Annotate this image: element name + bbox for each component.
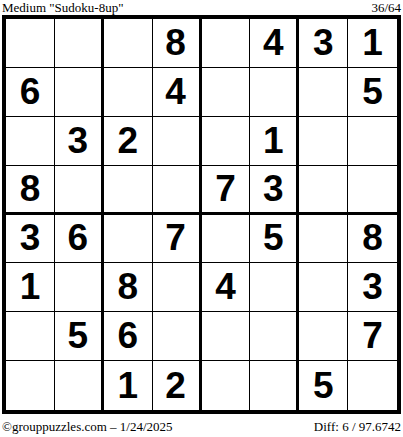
copyright-credit: ©grouppuzzles.com – 1/24/2025 (2, 419, 173, 435)
cell-r1c3[interactable] (104, 19, 153, 68)
puzzle-counter: 36/64 (371, 1, 401, 15)
cell-r4c1[interactable]: 8 (6, 166, 55, 215)
cell-r3c8[interactable] (348, 117, 397, 166)
cell-r1c8[interactable]: 1 (348, 19, 397, 68)
cell-r5c4[interactable]: 7 (153, 215, 202, 264)
cell-r4c6[interactable]: 3 (250, 166, 299, 215)
cell-r8c2[interactable] (55, 361, 104, 410)
cell-r6c6[interactable] (250, 263, 299, 312)
cell-r8c7[interactable]: 5 (299, 361, 348, 410)
cell-r1c2[interactable] (55, 19, 104, 68)
cell-r3c2[interactable]: 3 (55, 117, 104, 166)
cell-r1c4[interactable]: 8 (153, 19, 202, 68)
sudoku-board: 8431645321873367581843567125 (2, 15, 401, 414)
cell-r5c5[interactable] (202, 215, 251, 264)
cell-r3c5[interactable] (202, 117, 251, 166)
cell-r1c5[interactable] (202, 19, 251, 68)
cell-r4c8[interactable] (348, 166, 397, 215)
cell-r5c2[interactable]: 6 (55, 215, 104, 264)
cell-r2c2[interactable] (55, 68, 104, 117)
cell-r3c7[interactable] (299, 117, 348, 166)
cell-r8c1[interactable] (6, 361, 55, 410)
cell-r7c8[interactable]: 7 (348, 312, 397, 361)
cell-r6c7[interactable] (299, 263, 348, 312)
cell-r6c8[interactable]: 3 (348, 263, 397, 312)
cell-r6c5[interactable]: 4 (202, 263, 251, 312)
cell-r6c3[interactable]: 8 (104, 263, 153, 312)
cell-r3c3[interactable]: 2 (104, 117, 153, 166)
footer: ©grouppuzzles.com – 1/24/2025 Diff: 6 / … (0, 414, 403, 437)
cell-r4c2[interactable] (55, 166, 104, 215)
cell-r8c4[interactable]: 2 (153, 361, 202, 410)
cell-r2c4[interactable]: 4 (153, 68, 202, 117)
cell-r7c5[interactable] (202, 312, 251, 361)
cell-r7c7[interactable] (299, 312, 348, 361)
cell-r3c4[interactable] (153, 117, 202, 166)
cell-r4c4[interactable] (153, 166, 202, 215)
cell-r6c1[interactable]: 1 (6, 263, 55, 312)
cell-r6c2[interactable] (55, 263, 104, 312)
cell-r5c3[interactable] (104, 215, 153, 264)
cell-r4c5[interactable]: 7 (202, 166, 251, 215)
cell-r1c1[interactable] (6, 19, 55, 68)
cell-r1c6[interactable]: 4 (250, 19, 299, 68)
cell-r2c6[interactable] (250, 68, 299, 117)
cell-r5c7[interactable] (299, 215, 348, 264)
cell-r7c3[interactable]: 6 (104, 312, 153, 361)
cell-r5c8[interactable]: 8 (348, 215, 397, 264)
cell-r6c4[interactable] (153, 263, 202, 312)
cell-r2c8[interactable]: 5 (348, 68, 397, 117)
cell-r8c8[interactable] (348, 361, 397, 410)
cell-r8c5[interactable] (202, 361, 251, 410)
cell-r7c4[interactable] (153, 312, 202, 361)
cell-r4c3[interactable] (104, 166, 153, 215)
cell-r1c7[interactable]: 3 (299, 19, 348, 68)
header: Medium "Sudoku-8up" 36/64 (0, 0, 403, 15)
cell-r5c6[interactable]: 5 (250, 215, 299, 264)
cell-r7c1[interactable] (6, 312, 55, 361)
cell-r2c7[interactable] (299, 68, 348, 117)
cell-r3c6[interactable]: 1 (250, 117, 299, 166)
cell-r2c3[interactable] (104, 68, 153, 117)
puzzle-title: Medium "Sudoku-8up" (2, 1, 123, 15)
cell-r7c6[interactable] (250, 312, 299, 361)
cell-r2c1[interactable]: 6 (6, 68, 55, 117)
cell-r2c5[interactable] (202, 68, 251, 117)
difficulty-label: Diff: 6 / 97.6742 (314, 419, 401, 435)
cell-r4c7[interactable] (299, 166, 348, 215)
cell-r5c1[interactable]: 3 (6, 215, 55, 264)
cell-r7c2[interactable]: 5 (55, 312, 104, 361)
cell-r3c1[interactable] (6, 117, 55, 166)
cell-r8c3[interactable]: 1 (104, 361, 153, 410)
cell-r8c6[interactable] (250, 361, 299, 410)
